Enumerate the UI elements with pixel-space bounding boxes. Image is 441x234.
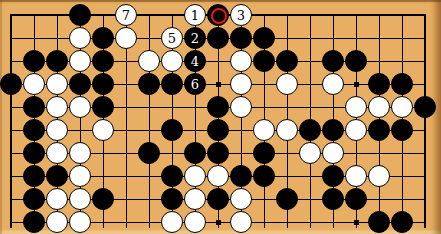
stone-black xyxy=(23,50,45,72)
stone-black xyxy=(345,188,367,210)
stone-black xyxy=(299,119,321,141)
stone-white xyxy=(345,96,367,118)
stone-black xyxy=(391,73,413,95)
stone-white xyxy=(184,165,206,187)
stone-black xyxy=(207,27,229,49)
circle-marker xyxy=(211,8,227,24)
stone-white xyxy=(161,50,183,72)
stone-white xyxy=(322,73,344,95)
stone-black xyxy=(23,188,45,210)
stone-black xyxy=(414,96,436,118)
stone-white: 7 xyxy=(115,4,137,26)
stone-black xyxy=(230,27,252,49)
stone-white xyxy=(92,119,114,141)
stone-white xyxy=(391,96,413,118)
stone-white xyxy=(46,142,68,164)
stone-white xyxy=(230,73,252,95)
stone-white xyxy=(161,211,183,233)
stone-white xyxy=(276,119,298,141)
stone-black xyxy=(138,73,160,95)
stone-white xyxy=(253,119,275,141)
stone-black xyxy=(161,119,183,141)
stone-black: 2 xyxy=(184,27,206,49)
stone-black: 6 xyxy=(184,73,206,95)
stone-white xyxy=(46,119,68,141)
star-point xyxy=(216,220,221,225)
move-number-label: 2 xyxy=(191,31,199,44)
stone-white xyxy=(299,142,321,164)
star-point xyxy=(216,82,221,87)
stone-white xyxy=(207,165,229,187)
stone-white xyxy=(184,188,206,210)
stone-white xyxy=(230,188,252,210)
stone-white xyxy=(345,119,367,141)
stone-white xyxy=(23,73,45,95)
stone-black xyxy=(253,142,275,164)
stone-white xyxy=(46,96,68,118)
stone-black xyxy=(207,119,229,141)
stone-white xyxy=(69,188,91,210)
move-number-label: 4 xyxy=(191,54,199,67)
stone-black xyxy=(322,165,344,187)
star-point xyxy=(354,220,359,225)
move-number-label: 3 xyxy=(237,8,245,21)
stone-black xyxy=(368,73,390,95)
stone-white xyxy=(138,50,160,72)
stone-white xyxy=(69,165,91,187)
stone-black xyxy=(207,4,229,26)
stone-black xyxy=(69,73,91,95)
stone-black xyxy=(46,50,68,72)
go-board: 7135246 xyxy=(0,0,441,234)
stone-white xyxy=(69,142,91,164)
stone-white: 5 xyxy=(161,27,183,49)
stone-white xyxy=(69,96,91,118)
stone-black xyxy=(368,211,390,233)
stone-black xyxy=(92,73,114,95)
stone-black xyxy=(253,50,275,72)
stone-white xyxy=(115,27,137,49)
stone-black xyxy=(345,50,367,72)
stone-black xyxy=(69,4,91,26)
stone-black xyxy=(23,96,45,118)
stone-black xyxy=(391,211,413,233)
stone-white: 3 xyxy=(230,4,252,26)
stone-white xyxy=(69,50,91,72)
stone-white xyxy=(230,211,252,233)
stone-white xyxy=(230,50,252,72)
stone-black xyxy=(253,165,275,187)
stone-black xyxy=(161,73,183,95)
stone-black xyxy=(230,165,252,187)
stone-black xyxy=(322,119,344,141)
move-number-label: 5 xyxy=(168,31,176,44)
stone-black xyxy=(207,142,229,164)
stone-white xyxy=(345,165,367,187)
stone-white xyxy=(322,142,344,164)
go-diagram: 7135246 xyxy=(0,0,441,234)
stone-black xyxy=(207,188,229,210)
stone-black xyxy=(92,96,114,118)
stone-white xyxy=(230,96,252,118)
move-number-label: 6 xyxy=(191,77,199,90)
stone-white xyxy=(69,27,91,49)
stone-white xyxy=(184,211,206,233)
stone-white xyxy=(368,165,390,187)
stone-white xyxy=(46,73,68,95)
stone-black xyxy=(92,188,114,210)
stone-black xyxy=(23,165,45,187)
stone-black xyxy=(92,27,114,49)
stone-black xyxy=(322,50,344,72)
grid-line-vertical xyxy=(149,14,150,228)
stone-black xyxy=(23,119,45,141)
stone-white xyxy=(69,211,91,233)
stone-black xyxy=(138,142,160,164)
stone-black xyxy=(276,188,298,210)
stone-black xyxy=(207,96,229,118)
stone-black xyxy=(23,211,45,233)
stone-black xyxy=(391,119,413,141)
stone-black xyxy=(368,119,390,141)
stone-black xyxy=(23,142,45,164)
move-number-label: 1 xyxy=(191,8,199,21)
grid-line-vertical xyxy=(424,14,426,228)
stone-black xyxy=(0,73,22,95)
stone-black xyxy=(46,165,68,187)
stone-black xyxy=(92,50,114,72)
stone-white: 1 xyxy=(184,4,206,26)
stone-white xyxy=(368,96,390,118)
stone-black xyxy=(253,27,275,49)
star-point xyxy=(354,82,359,87)
stone-white xyxy=(46,211,68,233)
stone-black xyxy=(184,142,206,164)
grid-line-vertical xyxy=(10,14,12,228)
move-number-label: 7 xyxy=(122,8,130,21)
stone-black xyxy=(276,50,298,72)
stone-white xyxy=(276,73,298,95)
stone-black: 4 xyxy=(184,50,206,72)
stone-white xyxy=(46,188,68,210)
stone-black xyxy=(322,188,344,210)
stone-black xyxy=(161,188,183,210)
stone-black xyxy=(161,165,183,187)
